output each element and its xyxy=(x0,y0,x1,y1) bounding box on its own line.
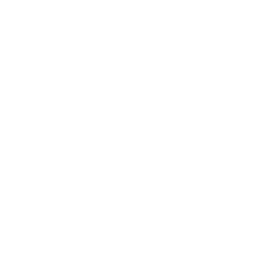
go-board[interactable] xyxy=(0,0,280,280)
go-board-canvas[interactable] xyxy=(0,0,280,280)
